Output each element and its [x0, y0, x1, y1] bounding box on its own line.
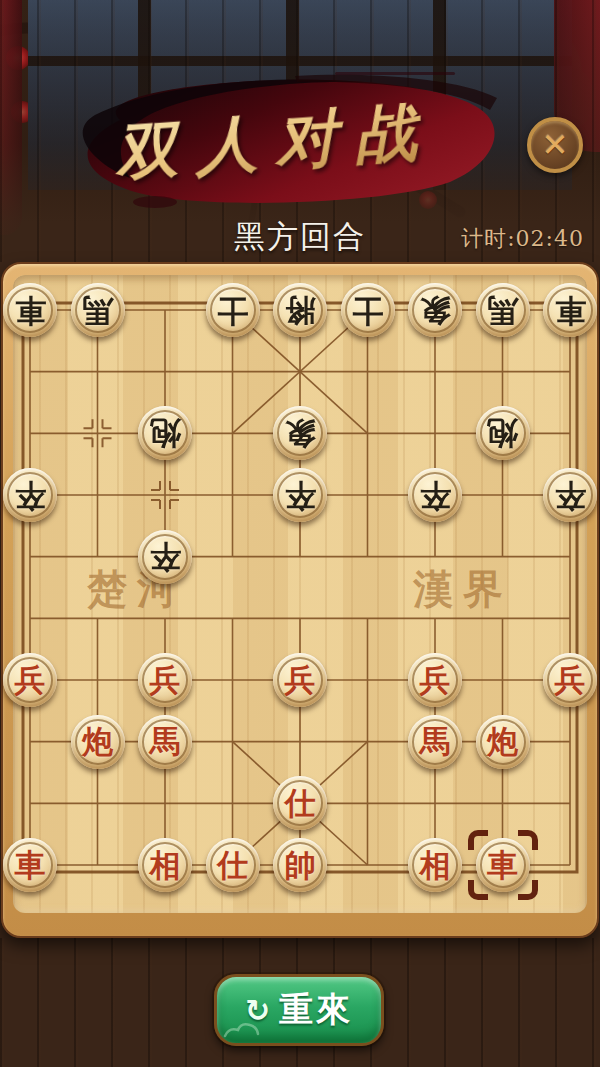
piece-red-soldier-a[interactable]: 兵	[3, 653, 57, 707]
piece-glyph: 仕	[217, 850, 248, 881]
piece-glyph: 兵	[555, 665, 586, 696]
piece-glyph: 象	[420, 295, 451, 326]
piece-black-elephant-right[interactable]: 象	[408, 283, 462, 337]
piece-black-soldier-a[interactable]: 卒	[3, 468, 57, 522]
piece-glyph: 兵	[285, 665, 316, 696]
piece-red-advisor-right[interactable]: 仕	[273, 776, 327, 830]
piece-glyph: 馬	[420, 726, 451, 757]
close-icon: ✕	[542, 126, 569, 164]
piece-black-elephant-left[interactable]: 象	[273, 406, 327, 460]
restart-label: 重來	[279, 987, 353, 1033]
piece-black-chariot-right[interactable]: 車	[543, 283, 597, 337]
piece-glyph: 馬	[487, 295, 518, 326]
piece-black-soldier-e[interactable]: 卒	[543, 468, 597, 522]
selection-bracket	[468, 880, 488, 900]
selection-bracket	[468, 830, 488, 850]
turn-indicator: 黑方回合	[150, 216, 450, 258]
piece-black-soldier-d[interactable]: 卒	[408, 468, 462, 522]
piece-glyph: 帥	[285, 850, 316, 881]
piece-black-cannon-left[interactable]: 炮	[138, 406, 192, 460]
piece-red-elephant-left[interactable]: 相	[138, 838, 192, 892]
piece-glyph: 車	[15, 850, 46, 881]
piece-glyph: 兵	[15, 665, 46, 696]
piece-red-cannon-left[interactable]: 炮	[71, 715, 125, 769]
piece-red-horse-left[interactable]: 馬	[138, 715, 192, 769]
cloud-decoration	[221, 1020, 261, 1040]
piece-red-general[interactable]: 帥	[273, 838, 327, 892]
piece-red-elephant-right[interactable]: 相	[408, 838, 462, 892]
piece-red-horse-right[interactable]: 馬	[408, 715, 462, 769]
piece-glyph: 相	[420, 850, 451, 881]
timer-label: 计时:02:40	[461, 224, 584, 254]
piece-red-soldier-b[interactable]: 兵	[138, 653, 192, 707]
piece-glyph: 將	[285, 295, 316, 326]
piece-glyph: 卒	[285, 480, 316, 511]
piece-black-horse-right[interactable]: 馬	[476, 283, 530, 337]
piece-black-general[interactable]: 將	[273, 283, 327, 337]
piece-black-advisor-right[interactable]: 士	[341, 283, 395, 337]
selection-bracket	[518, 880, 538, 900]
piece-black-advisor-left[interactable]: 士	[206, 283, 260, 337]
piece-glyph: 士	[352, 295, 383, 326]
piece-glyph: 仕	[285, 788, 316, 819]
xiangqi-two-player-screen: 双人对战 ✕ 黑方回合 计时:02:40 楚河 漢界 車馬士將士象馬車炮象炮卒卒…	[0, 0, 600, 1067]
piece-black-cannon-right[interactable]: 炮	[476, 406, 530, 460]
piece-red-soldier-c[interactable]: 兵	[273, 653, 327, 707]
piece-glyph: 相	[150, 850, 181, 881]
piece-red-chariot-left[interactable]: 車	[3, 838, 57, 892]
piece-glyph: 卒	[420, 480, 451, 511]
piece-black-soldier-b[interactable]: 卒	[138, 530, 192, 584]
piece-glyph: 卒	[15, 480, 46, 511]
piece-glyph: 炮	[487, 726, 518, 757]
piece-glyph: 馬	[150, 726, 181, 757]
piece-red-advisor-left[interactable]: 仕	[206, 838, 260, 892]
piece-glyph: 卒	[555, 480, 586, 511]
selection-bracket	[518, 830, 538, 850]
piece-black-soldier-c[interactable]: 卒	[273, 468, 327, 522]
piece-black-horse-left[interactable]: 馬	[71, 283, 125, 337]
piece-glyph: 卒	[150, 541, 181, 572]
piece-glyph: 車	[15, 295, 46, 326]
piece-glyph: 士	[217, 295, 248, 326]
close-button[interactable]: ✕	[527, 117, 583, 173]
xiangqi-board	[1, 262, 599, 938]
piece-glyph: 車	[487, 850, 518, 881]
piece-glyph: 象	[285, 418, 316, 449]
piece-black-chariot-left[interactable]: 車	[3, 283, 57, 337]
piece-glyph: 炮	[150, 418, 181, 449]
piece-red-cannon-right[interactable]: 炮	[476, 715, 530, 769]
piece-glyph: 炮	[487, 418, 518, 449]
restart-button[interactable]: ↻ 重來	[214, 974, 384, 1046]
piece-glyph: 車	[555, 295, 586, 326]
piece-red-soldier-d[interactable]: 兵	[408, 653, 462, 707]
piece-glyph: 炮	[82, 726, 113, 757]
piece-glyph: 兵	[150, 665, 181, 696]
piece-red-soldier-e[interactable]: 兵	[543, 653, 597, 707]
piece-glyph: 兵	[420, 665, 451, 696]
piece-red-chariot-right[interactable]: 車	[476, 838, 530, 892]
piece-glyph: 馬	[82, 295, 113, 326]
